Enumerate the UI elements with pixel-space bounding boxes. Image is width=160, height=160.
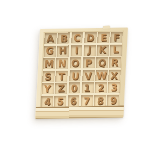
compartment-D: D [84, 32, 96, 43]
compartment-7: 7 [81, 95, 93, 106]
tray-finger-joint-tab [103, 26, 110, 29]
compartment-C: C [71, 32, 83, 43]
compartment-Q: Q [96, 57, 108, 68]
letter-tile-U: U [71, 71, 80, 81]
letter-tile-0: 0 [71, 83, 78, 93]
letter-tile-8: 8 [96, 96, 103, 106]
compartment-X: X [108, 69, 120, 80]
compartment-S: S [42, 70, 54, 81]
letter-tile-W: W [96, 70, 107, 80]
letter-tile-H: H [59, 46, 67, 56]
letter-tile-4: 4 [43, 97, 50, 107]
compartment-H: H [57, 45, 69, 56]
letter-tile-M: M [44, 59, 54, 69]
compartment-I: I [70, 45, 82, 56]
tray-inner: ABCDEFGHIJKLMNOPQRSTUVWXYZ0123456789 [36, 27, 128, 107]
compartment-5: 5 [54, 95, 66, 106]
compartment-U: U [69, 70, 81, 81]
compartment-Z: Z [55, 83, 67, 94]
letter-tile-A: A [47, 33, 54, 43]
compartment-T: T [55, 70, 67, 81]
compartment-R: R [109, 57, 121, 68]
letter-tile-7: 7 [83, 96, 90, 106]
letter-tile-Z: Z [57, 84, 64, 94]
letter-tile-S: S [45, 71, 52, 81]
letter-tile-V: V [84, 70, 91, 80]
compartment-2: 2 [95, 82, 107, 93]
compartment-P: P [83, 57, 95, 68]
compartment-V: V [82, 70, 94, 81]
compartment-1: 1 [81, 82, 93, 93]
compartment-0: 0 [68, 83, 80, 94]
letter-tile-E: E [100, 33, 107, 43]
letter-tile-I: I [74, 46, 78, 56]
letter-tile-J: J [87, 45, 91, 55]
compartment-B: B [57, 32, 69, 43]
tray-front-face [35, 106, 124, 120]
letter-tile-9: 9 [110, 95, 117, 105]
letter-tile-R: R [111, 57, 119, 67]
letter-tile-L: L [113, 45, 119, 55]
letter-tile-1: 1 [84, 83, 91, 93]
letter-tile-C: C [73, 33, 81, 43]
letter-tile-5: 5 [57, 96, 65, 106]
letter-tile-K: K [99, 45, 107, 55]
compartment-4: 4 [41, 96, 53, 107]
letter-tile-6: 6 [70, 96, 77, 106]
letter-tile-O: O [71, 58, 79, 68]
compartment-J: J [83, 45, 95, 56]
compartment-6: 6 [67, 95, 79, 106]
compartment-O: O [69, 57, 81, 68]
compartment-3: 3 [108, 82, 120, 93]
compartment-E: E [97, 32, 109, 43]
compartment-G: G [44, 45, 56, 56]
letter-tile-G: G [45, 46, 54, 56]
letter-tile-2: 2 [97, 83, 104, 93]
product-photo-scene: ABCDEFGHIJKLMNOPQRSTUVWXYZ0123456789 [0, 0, 160, 160]
letter-tile-N: N [58, 58, 67, 68]
compartment-8: 8 [94, 95, 106, 106]
compartment-K: K [97, 44, 109, 55]
letter-tile-F: F [113, 32, 120, 42]
letter-tile-D: D [86, 33, 95, 43]
compartment-W: W [95, 70, 107, 81]
wooden-letter-tray: ABCDEFGHIJKLMNOPQRSTUVWXYZ0123456789 [35, 27, 128, 119]
letter-tile-Y: Y [44, 84, 52, 94]
compartment-N: N [56, 58, 68, 69]
letter-tile-P: P [85, 58, 92, 68]
compartment-L: L [110, 44, 122, 55]
letter-tile-T: T [58, 71, 65, 81]
compartment-F: F [110, 32, 122, 43]
compartment-Y: Y [42, 83, 54, 94]
letter-tile-X: X [111, 70, 119, 80]
compartment-M: M [43, 58, 55, 69]
letter-tile-Q: Q [98, 58, 107, 68]
letter-grid: ABCDEFGHIJKLMNOPQRSTUVWXYZ0123456789 [40, 31, 124, 107]
letter-tile-3: 3 [110, 83, 117, 93]
letter-tile-B: B [60, 33, 68, 43]
compartment-A: A [44, 33, 56, 44]
compartment-9: 9 [107, 95, 119, 106]
